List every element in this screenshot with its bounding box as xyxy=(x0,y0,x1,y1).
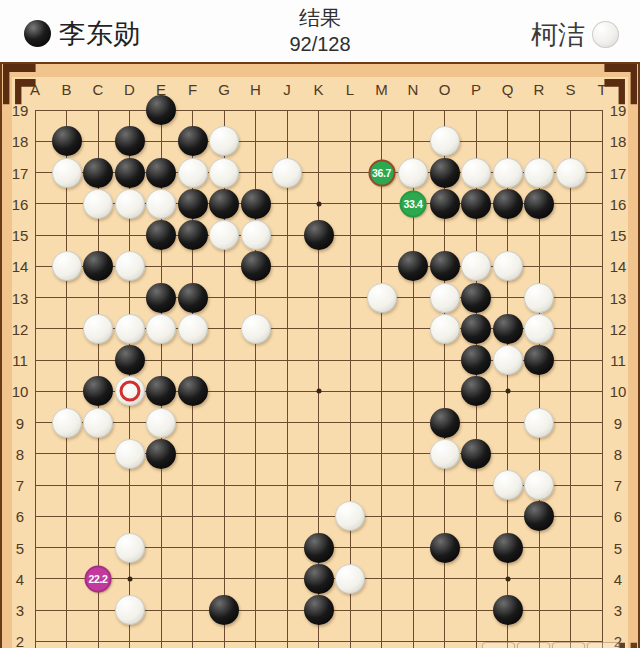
stone-black-F13 xyxy=(178,283,208,313)
row-label-right: 3 xyxy=(614,602,622,619)
row-label-right: 6 xyxy=(614,508,622,525)
stone-black-G3 xyxy=(209,595,239,625)
stone-black-D11 xyxy=(115,345,145,375)
stone-white-C12 xyxy=(83,314,113,344)
row-label-left: 6 xyxy=(16,508,24,525)
grid-line-h xyxy=(35,297,603,298)
row-label-right: 18 xyxy=(610,133,627,150)
row-label-right: 9 xyxy=(614,414,622,431)
stone-white-L4 xyxy=(335,564,365,594)
stone-black-F18 xyxy=(178,126,208,156)
stone-white-O13 xyxy=(430,283,460,313)
stone-white-R13 xyxy=(524,283,554,313)
row-label-left: 19 xyxy=(12,102,29,119)
star-point xyxy=(505,389,510,394)
stone-black-K4 xyxy=(304,564,334,594)
bottom-toolbar-button[interactable] xyxy=(552,642,585,648)
stone-black-O16 xyxy=(430,189,460,219)
stone-black-K15 xyxy=(304,220,334,250)
row-label-left: 12 xyxy=(12,320,29,337)
last-move-marker xyxy=(119,381,140,402)
row-label-left: 13 xyxy=(12,289,29,306)
row-label-right: 8 xyxy=(614,445,622,462)
stone-white-B14 xyxy=(52,251,82,281)
stone-black-Q12 xyxy=(493,314,523,344)
column-label: S xyxy=(565,81,575,98)
stone-white-P17 xyxy=(461,158,491,188)
row-label-left: 14 xyxy=(12,258,29,275)
winrate-badge-M17[interactable]: 36.7 xyxy=(368,159,395,186)
white-stone-icon xyxy=(592,21,619,48)
stone-black-G16 xyxy=(209,189,239,219)
bottom-toolbar-button[interactable] xyxy=(482,642,515,648)
star-point xyxy=(127,576,132,581)
column-label: F xyxy=(188,81,197,98)
corner-ornament-icon xyxy=(603,64,637,106)
row-label-left: 16 xyxy=(12,195,29,212)
stone-black-C10 xyxy=(83,376,113,406)
stone-black-K3 xyxy=(304,595,334,625)
column-label: C xyxy=(93,81,104,98)
star-point xyxy=(505,576,510,581)
row-label-left: 3 xyxy=(16,602,24,619)
row-label-right: 15 xyxy=(610,227,627,244)
stone-black-P12 xyxy=(461,314,491,344)
row-label-left: 17 xyxy=(12,164,29,181)
stone-black-R11 xyxy=(524,345,554,375)
stone-black-Q5 xyxy=(493,533,523,563)
bottom-toolbar-button[interactable] xyxy=(587,642,620,648)
stone-black-E8 xyxy=(146,439,176,469)
stone-white-D16 xyxy=(115,189,145,219)
stone-white-G15 xyxy=(209,220,239,250)
stone-white-L6 xyxy=(335,501,365,531)
stone-black-O5 xyxy=(430,533,460,563)
stone-black-P8 xyxy=(461,439,491,469)
stone-white-B17 xyxy=(52,158,82,188)
winrate-badge-C4[interactable]: 22.2 xyxy=(85,565,112,592)
stone-white-Q17 xyxy=(493,158,523,188)
stone-white-D5 xyxy=(115,533,145,563)
column-label: R xyxy=(534,81,545,98)
row-label-left: 7 xyxy=(16,477,24,494)
stone-white-R9 xyxy=(524,408,554,438)
stone-white-S17 xyxy=(556,158,586,188)
stone-white-E16 xyxy=(146,189,176,219)
column-label: J xyxy=(283,81,291,98)
stone-white-O12 xyxy=(430,314,460,344)
grid-line-h xyxy=(35,110,603,111)
stone-white-Q14 xyxy=(493,251,523,281)
star-point xyxy=(316,389,321,394)
stone-white-G18 xyxy=(209,126,239,156)
stone-black-E13 xyxy=(146,283,176,313)
stone-white-N17 xyxy=(398,158,428,188)
stone-white-H12 xyxy=(241,314,271,344)
stone-black-P11 xyxy=(461,345,491,375)
stone-black-F10 xyxy=(178,376,208,406)
column-label: D xyxy=(124,81,135,98)
row-label-left: 11 xyxy=(12,352,28,369)
stone-black-O9 xyxy=(430,408,460,438)
bottom-toolbar-button[interactable] xyxy=(517,642,550,648)
grid-line-v xyxy=(602,110,603,648)
stone-white-R12 xyxy=(524,314,554,344)
column-label: A xyxy=(30,81,40,98)
column-label: Q xyxy=(502,81,514,98)
stone-white-C16 xyxy=(83,189,113,219)
column-label: H xyxy=(250,81,261,98)
grid-line-v xyxy=(35,110,36,648)
row-label-left: 5 xyxy=(16,539,24,556)
winrate-badge-N16[interactable]: 33.4 xyxy=(400,190,427,217)
grid-line-v xyxy=(66,110,67,648)
stone-white-D12 xyxy=(115,314,145,344)
stone-white-J17 xyxy=(272,158,302,188)
stone-black-B18 xyxy=(52,126,82,156)
stone-white-H15 xyxy=(241,220,271,250)
stone-white-B9 xyxy=(52,408,82,438)
grid-line-h xyxy=(35,516,603,517)
star-point xyxy=(316,201,321,206)
stone-black-F16 xyxy=(178,189,208,219)
stone-white-C9 xyxy=(83,408,113,438)
stone-black-K5 xyxy=(304,533,334,563)
stone-black-R16 xyxy=(524,189,554,219)
stone-black-H16 xyxy=(241,189,271,219)
grid-line-h xyxy=(35,422,603,423)
row-label-left: 8 xyxy=(16,445,24,462)
stone-black-P16 xyxy=(461,189,491,219)
row-label-right: 17 xyxy=(610,164,627,181)
stone-white-E12 xyxy=(146,314,176,344)
stone-black-E19 xyxy=(146,95,176,125)
stone-black-N14 xyxy=(398,251,428,281)
stone-white-F17 xyxy=(178,158,208,188)
column-label: B xyxy=(61,81,71,98)
stone-black-O17 xyxy=(430,158,460,188)
white-player-name: 柯洁 xyxy=(531,17,585,53)
stone-black-P13 xyxy=(461,283,491,313)
grid-line-h xyxy=(35,641,603,642)
stone-black-E15 xyxy=(146,220,176,250)
column-label: K xyxy=(313,81,323,98)
stone-white-O8 xyxy=(430,439,460,469)
row-label-right: 11 xyxy=(610,352,626,369)
stone-white-Q7 xyxy=(493,470,523,500)
stone-white-O18 xyxy=(430,126,460,156)
stone-white-F12 xyxy=(178,314,208,344)
row-label-right: 16 xyxy=(610,195,627,212)
row-label-right: 13 xyxy=(610,289,627,306)
column-label: G xyxy=(218,81,230,98)
stone-white-R17 xyxy=(524,158,554,188)
stone-white-G17 xyxy=(209,158,239,188)
stone-white-P14 xyxy=(461,251,491,281)
stone-black-Q3 xyxy=(493,595,523,625)
stone-black-Q16 xyxy=(493,189,523,219)
row-label-right: 7 xyxy=(614,477,622,494)
row-label-left: 9 xyxy=(16,414,24,431)
stone-black-R6 xyxy=(524,501,554,531)
stone-black-D18 xyxy=(115,126,145,156)
stone-black-C17 xyxy=(83,158,113,188)
stone-black-H14 xyxy=(241,251,271,281)
stone-black-E10 xyxy=(146,376,176,406)
column-label: P xyxy=(471,81,481,98)
row-label-left: 10 xyxy=(12,383,29,400)
stone-white-Q11 xyxy=(493,345,523,375)
stone-white-M13 xyxy=(367,283,397,313)
row-label-right: 14 xyxy=(610,258,627,275)
row-label-left: 4 xyxy=(16,570,24,587)
row-label-right: 19 xyxy=(610,102,627,119)
stone-black-P10 xyxy=(461,376,491,406)
grid-line-v xyxy=(287,110,288,648)
column-label: T xyxy=(597,81,606,98)
row-label-left: 18 xyxy=(12,133,29,150)
go-review-screen: 李东勋 结果 92/128 柯洁 ABCDEFGHJKLMNOPQRST1919… xyxy=(0,0,640,648)
stone-black-O14 xyxy=(430,251,460,281)
row-label-left: 15 xyxy=(12,227,29,244)
grid-line-v xyxy=(381,110,382,648)
stone-black-F15 xyxy=(178,220,208,250)
row-label-left: 2 xyxy=(16,633,24,648)
column-label: O xyxy=(439,81,451,98)
app-header: 李东勋 结果 92/128 柯洁 xyxy=(0,0,640,62)
column-label: L xyxy=(346,81,354,98)
row-label-right: 4 xyxy=(614,570,622,587)
stone-white-D14 xyxy=(115,251,145,281)
stone-black-D17 xyxy=(115,158,145,188)
stone-white-D3 xyxy=(115,595,145,625)
stone-black-C14 xyxy=(83,251,113,281)
stone-black-E17 xyxy=(146,158,176,188)
stone-white-E9 xyxy=(146,408,176,438)
stone-white-D8 xyxy=(115,439,145,469)
grid-line-v xyxy=(570,110,571,648)
row-label-right: 10 xyxy=(610,383,627,400)
column-label: M xyxy=(375,81,388,98)
column-label: N xyxy=(408,81,419,98)
row-label-right: 12 xyxy=(610,320,627,337)
stone-white-R7 xyxy=(524,470,554,500)
row-label-right: 5 xyxy=(614,539,622,556)
